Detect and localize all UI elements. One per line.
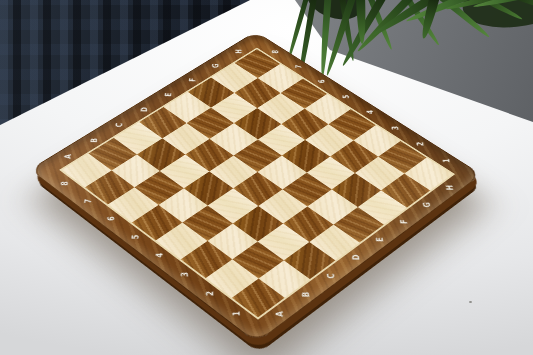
file-label-c-near: C xyxy=(324,271,337,280)
file-label-g-far: G xyxy=(210,62,221,69)
rank-label-8-left: 8 xyxy=(58,179,71,187)
file-label-h-far: H xyxy=(233,48,244,55)
file-label-d-far: D xyxy=(138,106,150,114)
playing-field xyxy=(62,49,452,317)
file-label-e-near: E xyxy=(373,235,386,244)
file-label-f-near: F xyxy=(397,217,410,226)
file-label-h-near: H xyxy=(443,184,456,192)
file-label-d-near: D xyxy=(349,253,362,262)
rank-label-8-right: 8 xyxy=(270,48,281,55)
rank-label-1-left: 1 xyxy=(230,309,243,319)
file-label-a-near: A xyxy=(273,309,286,319)
scene: AABBCCDDEEFFGGHH1122334455667788 xyxy=(0,0,533,355)
file-label-f-far: F xyxy=(186,76,198,83)
rank-label-2-right: 2 xyxy=(414,140,427,148)
rank-label-3-left: 3 xyxy=(178,270,191,279)
file-label-e-far: E xyxy=(162,91,174,99)
rank-label-4-right: 4 xyxy=(364,108,376,116)
file-label-a-far: A xyxy=(62,152,75,160)
rank-label-2-left: 2 xyxy=(203,289,216,299)
file-label-b-near: B xyxy=(299,290,312,300)
rank-label-7-right: 7 xyxy=(293,63,304,70)
file-label-c-far: C xyxy=(113,121,125,129)
rank-label-5-right: 5 xyxy=(340,93,352,101)
dust-speck xyxy=(469,301,472,303)
rank-label-6-left: 6 xyxy=(105,214,118,223)
file-label-g-near: G xyxy=(420,200,433,209)
rank-label-3-right: 3 xyxy=(389,124,401,132)
rank-label-7-left: 7 xyxy=(81,197,94,206)
file-label-b-far: B xyxy=(88,137,101,145)
rank-label-6-right: 6 xyxy=(316,78,328,85)
rank-label-4-left: 4 xyxy=(153,251,166,260)
rank-label-5-left: 5 xyxy=(129,232,142,241)
rank-label-1-right: 1 xyxy=(440,156,453,164)
